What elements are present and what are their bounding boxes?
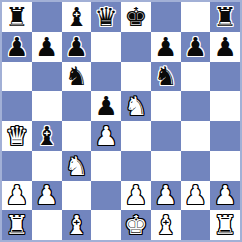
square-c3[interactable]: ♞: [62, 151, 92, 181]
square-b1[interactable]: [32, 210, 62, 240]
black-rook-h8[interactable]: ♜: [213, 4, 236, 30]
white-king-e1[interactable]: ♚: [124, 212, 147, 238]
square-e1[interactable]: ♚: [121, 210, 151, 240]
black-pawn-c7[interactable]: ♟: [65, 34, 88, 60]
chess-board: ♜♝♛♚♜♟♟♟♟♟♟♞♞♟♞♛♝♟♞♟♟♟♟♟♟♜♝♚♝♜: [0, 0, 242, 242]
black-pawn-h7[interactable]: ♟: [213, 34, 236, 60]
black-pawn-d5[interactable]: ♟: [94, 93, 117, 119]
black-pawn-a7[interactable]: ♟: [5, 34, 28, 60]
white-pawn-e2[interactable]: ♟: [124, 182, 147, 208]
square-f2[interactable]: ♟: [151, 181, 181, 211]
square-h5[interactable]: [210, 91, 240, 121]
square-e7[interactable]: [121, 32, 151, 62]
white-knight-e5[interactable]: ♞: [124, 93, 147, 119]
white-bishop-c1[interactable]: ♝: [65, 212, 88, 238]
square-h3[interactable]: [210, 151, 240, 181]
square-c4[interactable]: [62, 121, 92, 151]
square-e8[interactable]: ♚: [121, 2, 151, 32]
square-h6[interactable]: [210, 62, 240, 92]
square-d8[interactable]: ♛: [91, 2, 121, 32]
square-b4[interactable]: ♝: [32, 121, 62, 151]
square-g5[interactable]: [181, 91, 211, 121]
white-pawn-d4[interactable]: ♟: [94, 123, 117, 149]
white-pawn-g2[interactable]: ♟: [184, 182, 207, 208]
square-f4[interactable]: [151, 121, 181, 151]
square-f8[interactable]: [151, 2, 181, 32]
square-c7[interactable]: ♟: [62, 32, 92, 62]
square-f6[interactable]: ♞: [151, 62, 181, 92]
black-rook-a8[interactable]: ♜: [5, 4, 28, 30]
square-h1[interactable]: ♜: [210, 210, 240, 240]
square-d6[interactable]: [91, 62, 121, 92]
square-f5[interactable]: [151, 91, 181, 121]
square-g8[interactable]: [181, 2, 211, 32]
square-f7[interactable]: ♟: [151, 32, 181, 62]
square-a3[interactable]: [2, 151, 32, 181]
square-d7[interactable]: [91, 32, 121, 62]
square-e4[interactable]: [121, 121, 151, 151]
black-bishop-c8[interactable]: ♝: [65, 4, 88, 30]
square-a5[interactable]: [2, 91, 32, 121]
white-pawn-h2[interactable]: ♟: [213, 182, 236, 208]
white-pawn-f2[interactable]: ♟: [154, 182, 177, 208]
square-g4[interactable]: [181, 121, 211, 151]
black-pawn-g7[interactable]: ♟: [184, 34, 207, 60]
square-g6[interactable]: [181, 62, 211, 92]
square-c6[interactable]: ♞: [62, 62, 92, 92]
square-f3[interactable]: [151, 151, 181, 181]
square-d2[interactable]: [91, 181, 121, 211]
square-b3[interactable]: [32, 151, 62, 181]
square-b7[interactable]: ♟: [32, 32, 62, 62]
square-g2[interactable]: ♟: [181, 181, 211, 211]
square-b6[interactable]: [32, 62, 62, 92]
square-h2[interactable]: ♟: [210, 181, 240, 211]
white-rook-h1[interactable]: ♜: [213, 212, 236, 238]
square-c1[interactable]: ♝: [62, 210, 92, 240]
square-a4[interactable]: ♛: [2, 121, 32, 151]
white-queen-a4[interactable]: ♛: [5, 123, 28, 149]
black-knight-c6[interactable]: ♞: [65, 63, 88, 89]
square-c5[interactable]: [62, 91, 92, 121]
black-pawn-f7[interactable]: ♟: [154, 34, 177, 60]
square-a2[interactable]: ♟: [2, 181, 32, 211]
square-b8[interactable]: [32, 2, 62, 32]
square-d4[interactable]: ♟: [91, 121, 121, 151]
square-a8[interactable]: ♜: [2, 2, 32, 32]
black-king-e8[interactable]: ♚: [124, 4, 147, 30]
square-e2[interactable]: ♟: [121, 181, 151, 211]
square-h7[interactable]: ♟: [210, 32, 240, 62]
square-e6[interactable]: [121, 62, 151, 92]
square-a6[interactable]: [2, 62, 32, 92]
square-d5[interactable]: ♟: [91, 91, 121, 121]
white-pawn-b2[interactable]: ♟: [35, 182, 58, 208]
square-c8[interactable]: ♝: [62, 2, 92, 32]
square-a1[interactable]: ♜: [2, 210, 32, 240]
square-h8[interactable]: ♜: [210, 2, 240, 32]
square-h4[interactable]: [210, 121, 240, 151]
white-pawn-a2[interactable]: ♟: [5, 182, 28, 208]
square-g1[interactable]: [181, 210, 211, 240]
square-d3[interactable]: [91, 151, 121, 181]
square-b2[interactable]: ♟: [32, 181, 62, 211]
square-c2[interactable]: [62, 181, 92, 211]
white-rook-a1[interactable]: ♜: [5, 212, 28, 238]
square-b5[interactable]: [32, 91, 62, 121]
square-f1[interactable]: ♝: [151, 210, 181, 240]
square-e5[interactable]: ♞: [121, 91, 151, 121]
black-bishop-b4[interactable]: ♝: [35, 123, 58, 149]
black-pawn-b7[interactable]: ♟: [35, 34, 58, 60]
white-bishop-f1[interactable]: ♝: [154, 212, 177, 238]
white-knight-c3[interactable]: ♞: [65, 153, 88, 179]
black-queen-d8[interactable]: ♛: [94, 4, 117, 30]
black-knight-f6[interactable]: ♞: [154, 63, 177, 89]
square-a7[interactable]: ♟: [2, 32, 32, 62]
square-e3[interactable]: [121, 151, 151, 181]
square-d1[interactable]: [91, 210, 121, 240]
square-g7[interactable]: ♟: [181, 32, 211, 62]
square-g3[interactable]: [181, 151, 211, 181]
